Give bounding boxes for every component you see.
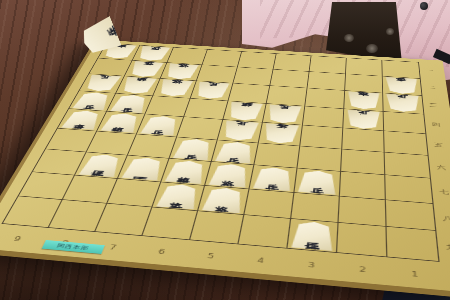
board-square [385, 175, 432, 204]
piece-kanji: 歩兵 [234, 130, 246, 131]
rank-label: 三 [429, 102, 438, 108]
piece-kanji: 歩兵 [357, 118, 369, 119]
shogi-piece[interactable]: 歩兵 [193, 82, 229, 100]
piece-kanji: 歩兵 [154, 126, 166, 127]
board-square [337, 223, 387, 256]
file-label: 3 [308, 261, 316, 269]
board-square [244, 189, 294, 219]
shogi-piece[interactable]: 歩兵 [110, 94, 149, 113]
board-square [239, 215, 292, 248]
board-square [190, 211, 244, 243]
file-label: 2 [359, 265, 366, 273]
shogi-piece[interactable]: 歩兵 [215, 141, 255, 164]
piece-kanji: 歩兵 [229, 152, 241, 153]
shogi-piece[interactable]: 銀将 [119, 77, 157, 95]
piece-kanji: 玉将 [172, 197, 185, 198]
rank-label: 六 [436, 164, 446, 172]
shogi-piece[interactable]: 歩兵 [72, 92, 112, 111]
rank-label: 七 [439, 188, 450, 197]
shogi-piece[interactable]: 銀将 [226, 102, 263, 122]
piece-kanji: 香車 [396, 85, 407, 86]
piece-kanji: 金将 [176, 70, 187, 71]
rank-label: 四 [431, 121, 441, 128]
shogi-piece[interactable]: 角行 [262, 123, 299, 144]
shogi-piece[interactable]: 歩兵 [173, 138, 214, 161]
piece-kanji: 角行 [275, 133, 287, 134]
piece-kanji: 歩兵 [267, 179, 280, 180]
shogi-piece[interactable]: 金将 [208, 163, 250, 188]
board-square: 歩兵 [249, 165, 297, 193]
board-square: 桂馬 [288, 219, 339, 252]
piece-kanji: 金将 [170, 87, 181, 88]
shogi-piece[interactable]: 飛車 [347, 91, 380, 110]
piece-kanji: 銀将 [239, 110, 251, 111]
shogi-piece[interactable]: 金将 [202, 187, 246, 214]
board-square [143, 208, 198, 240]
piece-kanji: 王将 [141, 68, 151, 69]
board-square [291, 193, 340, 223]
piece-kanji: 歩兵 [278, 113, 290, 114]
shogi-piece[interactable]: 歩兵 [298, 169, 337, 194]
board-square [297, 146, 342, 172]
piece-kanji: 香車 [114, 51, 124, 52]
piece-kanji: 歩兵 [99, 32, 103, 42]
shogi-piece[interactable]: 歩兵 [253, 166, 294, 191]
shogi-piece[interactable]: 馬 [121, 156, 165, 180]
piece-kanji: 桂馬 [306, 236, 320, 237]
shogi-piece[interactable]: 歩兵 [221, 121, 259, 142]
shogi-piece[interactable]: 銀将 [100, 112, 141, 132]
file-label: 6 [157, 248, 166, 256]
shogi-piece[interactable]: 王将 [128, 61, 164, 78]
shogi-piece[interactable]: 金将 [163, 63, 199, 80]
board-square: 歩兵 [294, 169, 341, 197]
piece-kanji: 歩兵 [311, 182, 324, 183]
shirt-button [420, 2, 428, 10]
board-square: 歩兵 [212, 140, 259, 165]
rank-label: 九 [445, 242, 450, 252]
piece-kanji: 馬 [135, 168, 152, 169]
board-square: 歩兵 [169, 137, 217, 162]
shogi-piece[interactable]: 桂馬 [78, 153, 123, 177]
sticker-label: 関西本部 [56, 242, 91, 251]
shogi-piece[interactable]: 歩兵 [140, 115, 180, 136]
piece-kanji: 桂馬 [148, 53, 158, 54]
shogi-piece[interactable]: 香車 [61, 110, 103, 130]
shogi-piece[interactable]: 歩兵 [346, 110, 380, 130]
shogi-piece[interactable]: 歩兵 [386, 94, 421, 113]
piece-kanji: 歩兵 [124, 104, 135, 105]
bokeh-light [366, 44, 378, 53]
file-label: 5 [207, 252, 216, 260]
shogi-piece[interactable]: 金将 [156, 79, 193, 97]
rank-label: 二 [427, 84, 436, 90]
photo-scene: 香車桂馬王将金将香車歩兵銀将金将歩兵飛車歩兵歩兵歩兵銀将歩兵歩兵香車銀将歩兵歩兵… [0, 0, 450, 300]
file-label: 7 [108, 244, 117, 252]
piece-kanji: 銀将 [115, 123, 127, 124]
shogi-piece[interactable]: 桂馬 [135, 46, 170, 62]
file-label: 1 [411, 270, 419, 278]
shogi-piece[interactable]: 玉将 [156, 183, 201, 209]
shogi-piece[interactable]: 桂馬 [291, 220, 334, 251]
bokeh-light [344, 34, 354, 42]
bokeh-light [386, 28, 394, 35]
piece-kanji: 銀将 [133, 85, 144, 86]
piece-kanji: 金将 [217, 200, 231, 201]
rank-label: 五 [434, 142, 444, 149]
piece-kanji: 歩兵 [187, 149, 199, 150]
board-square [385, 152, 430, 178]
piece-kanji: 歩兵 [397, 102, 409, 103]
piece-kanji: 飛車 [358, 100, 369, 101]
board-square: 金将 [198, 186, 250, 216]
board-square [254, 143, 300, 168]
piece-kanji: 歩兵 [97, 82, 108, 83]
board-square: 金将 [205, 162, 254, 189]
piece-kanji: 歩兵 [207, 90, 218, 91]
piece-kanji: 歩兵 [87, 101, 98, 102]
rank-label: 一 [425, 68, 433, 74]
file-label: 9 [12, 235, 22, 243]
board-square: 銀将 [161, 159, 211, 186]
board-square [339, 196, 387, 227]
board-square [386, 200, 435, 231]
shogi-piece[interactable]: 香車 [385, 77, 418, 95]
shogi-piece[interactable]: 銀将 [165, 160, 208, 184]
piece-kanji: 香車 [76, 120, 88, 121]
rank-label: 八 [442, 214, 450, 223]
piece-kanji: 銀将 [180, 172, 193, 173]
file-label: 4 [257, 256, 265, 264]
piece-kanji: 金将 [223, 175, 236, 176]
shogi-piece[interactable]: 歩兵 [82, 75, 121, 93]
board-square [387, 227, 439, 261]
shogi-piece[interactable]: 歩兵 [266, 104, 302, 124]
piece-kanji: 桂馬 [95, 165, 108, 166]
board-square [341, 149, 385, 175]
board-square: 玉将 [152, 182, 205, 211]
board-square [340, 172, 386, 200]
